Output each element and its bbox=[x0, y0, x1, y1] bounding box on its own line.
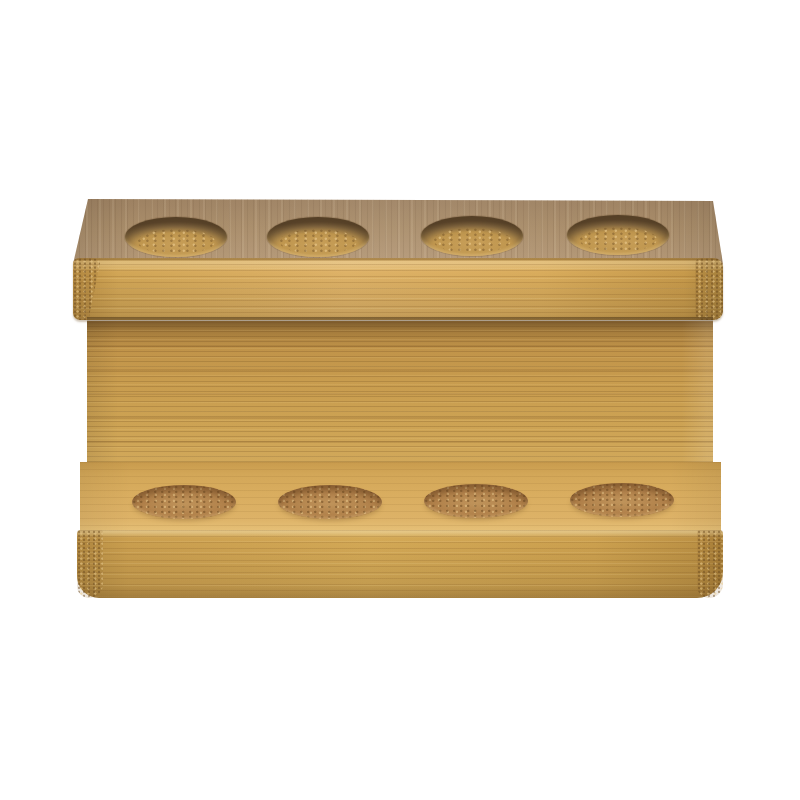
bottle-base-recess bbox=[424, 484, 528, 518]
bottle-hole bbox=[567, 215, 669, 255]
bottle-base-recess bbox=[132, 485, 236, 519]
bottle-base-recess bbox=[278, 485, 382, 519]
product-photo-canvas bbox=[0, 0, 800, 800]
bottle-hole bbox=[125, 217, 227, 257]
base-slab-front-face bbox=[77, 530, 723, 598]
top-slab-front-face bbox=[73, 258, 723, 320]
curved-back-wall bbox=[87, 321, 713, 469]
bottle-base-recess bbox=[570, 483, 674, 517]
bottle-hole bbox=[421, 216, 523, 256]
bamboo-oil-bottle-stand bbox=[0, 0, 800, 800]
bottle-hole bbox=[267, 217, 369, 257]
